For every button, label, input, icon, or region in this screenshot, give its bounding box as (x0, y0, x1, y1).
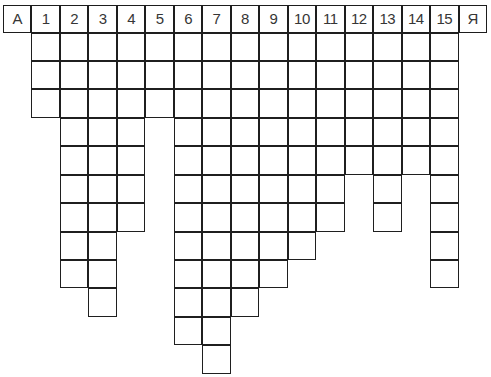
empty-region (60, 288, 88, 316)
header-cell-10: 10 (288, 5, 316, 33)
grid-cell-r5-c7[interactable] (202, 146, 230, 174)
grid-cell-r2-c7[interactable] (202, 61, 230, 89)
grid-cell-r2-c5[interactable] (145, 61, 173, 89)
grid-cell-r9-c15[interactable] (430, 260, 458, 288)
header-cell-15: 15 (430, 5, 458, 33)
grid-cell-r4-c11[interactable] (316, 118, 344, 146)
empty-region (3, 89, 31, 117)
grid-cell-r3-c13[interactable] (373, 89, 401, 117)
grid-cell-r3-c4[interactable] (117, 89, 145, 117)
grid-cell-r8-c8[interactable] (231, 232, 259, 260)
grid-cell-r3-c8[interactable] (231, 89, 259, 117)
empty-region (373, 232, 401, 260)
empty-region (3, 317, 31, 345)
empty-region (373, 260, 401, 288)
empty-region (459, 175, 487, 203)
empty-region (145, 345, 173, 373)
empty-region (288, 317, 316, 345)
empty-region (402, 288, 430, 316)
grid-cell-r6-c15[interactable] (430, 175, 458, 203)
empty-region (459, 89, 487, 117)
header-cell-1: 1 (31, 5, 59, 33)
grid-cell-r12-c7[interactable] (202, 345, 230, 373)
empty-region (373, 288, 401, 316)
grid-cell-r1-c11[interactable] (316, 33, 344, 61)
empty-region (117, 317, 145, 345)
grid-cell-r7-c4[interactable] (117, 203, 145, 231)
empty-region (88, 317, 116, 345)
empty-region (3, 345, 31, 373)
grid-cell-r3-c3[interactable] (88, 89, 116, 117)
grid-cell-r8-c6[interactable] (174, 232, 202, 260)
grid-cell-r5-c14[interactable] (402, 146, 430, 174)
empty-region (316, 345, 344, 373)
grid-cell-r7-c11[interactable] (316, 203, 344, 231)
empty-region (259, 317, 287, 345)
grid-cell-r5-c3[interactable] (88, 146, 116, 174)
empty-region (402, 232, 430, 260)
grid-cell-r1-c9[interactable] (259, 33, 287, 61)
empty-region (316, 232, 344, 260)
grid-cell-r6-c10[interactable] (288, 175, 316, 203)
grid-cell-r1-c1[interactable] (31, 33, 59, 61)
empty-region (31, 288, 59, 316)
empty-region (145, 317, 173, 345)
empty-region (345, 175, 373, 203)
header-cell-9: 9 (259, 5, 287, 33)
grid-cell-r5-c6[interactable] (174, 146, 202, 174)
grid-cell-r5-c12[interactable] (345, 146, 373, 174)
grid-cell-r1-c14[interactable] (402, 33, 430, 61)
grid-cell-r9-c3[interactable] (88, 260, 116, 288)
empty-region (459, 232, 487, 260)
empty-region (174, 345, 202, 373)
empty-region (373, 345, 401, 373)
empty-region (345, 260, 373, 288)
empty-region (459, 203, 487, 231)
empty-region (459, 317, 487, 345)
empty-region (3, 146, 31, 174)
grid-cell-r8-c10[interactable] (288, 232, 316, 260)
grid-cell-r2-c12[interactable] (345, 61, 373, 89)
empty-region (459, 118, 487, 146)
grid-cell-r9-c8[interactable] (231, 260, 259, 288)
header-cell-14: 14 (402, 5, 430, 33)
empty-region (373, 317, 401, 345)
empty-region (145, 288, 173, 316)
grid-cell-r1-c10[interactable] (288, 33, 316, 61)
grid-cell-r7-c2[interactable] (60, 203, 88, 231)
grid-cell-r10-c6[interactable] (174, 288, 202, 316)
empty-region (31, 203, 59, 231)
empty-region (345, 203, 373, 231)
grid-cell-r7-c3[interactable] (88, 203, 116, 231)
grid-cell-r6-c7[interactable] (202, 175, 230, 203)
grid-cell-r6-c11[interactable] (316, 175, 344, 203)
empty-region (430, 288, 458, 316)
grid-cell-r3-c15[interactable] (430, 89, 458, 117)
grid-cell-r5-c10[interactable] (288, 146, 316, 174)
empty-region (145, 260, 173, 288)
header-cell-13: 13 (373, 5, 401, 33)
grid-cell-r7-c13[interactable] (373, 203, 401, 231)
grid-cell-r8-c7[interactable] (202, 232, 230, 260)
grid-cell-r6-c3[interactable] (88, 175, 116, 203)
empty-region (3, 288, 31, 316)
header-cell-6: 6 (174, 5, 202, 33)
empty-region (31, 118, 59, 146)
grid-cell-r1-c2[interactable] (60, 33, 88, 61)
empty-region (60, 317, 88, 345)
empty-region (345, 232, 373, 260)
grid-cell-r4-c7[interactable] (202, 118, 230, 146)
grid-cell-r6-c6[interactable] (174, 175, 202, 203)
empty-region (31, 146, 59, 174)
empty-region (316, 317, 344, 345)
empty-region (117, 288, 145, 316)
empty-region (430, 345, 458, 373)
header-cell-12: 12 (345, 5, 373, 33)
grid-cell-r7-c8[interactable] (231, 203, 259, 231)
grid-cell-r3-c5[interactable] (145, 89, 173, 117)
grid-cell-r6-c9[interactable] (259, 175, 287, 203)
empty-region (31, 232, 59, 260)
grid-cell-r4-c9[interactable] (259, 118, 287, 146)
grid-cell-r4-c3[interactable] (88, 118, 116, 146)
grid-cell-r6-c2[interactable] (60, 175, 88, 203)
empty-region (88, 345, 116, 373)
empty-region (316, 260, 344, 288)
empty-region (459, 345, 487, 373)
empty-region (117, 232, 145, 260)
grid-cell-r1-c6[interactable] (174, 33, 202, 61)
empty-region (402, 175, 430, 203)
grid-cell-r2-c13[interactable] (373, 61, 401, 89)
grid-cell-r4-c12[interactable] (345, 118, 373, 146)
header-cell-Я: Я (459, 5, 487, 33)
empty-region (459, 61, 487, 89)
empty-region (3, 203, 31, 231)
empty-region (459, 260, 487, 288)
empty-region (3, 175, 31, 203)
empty-region (345, 288, 373, 316)
grid-cell-r1-c12[interactable] (345, 33, 373, 61)
empty-region (31, 260, 59, 288)
grid-cell-r6-c13[interactable] (373, 175, 401, 203)
grid-cell-r7-c9[interactable] (259, 203, 287, 231)
grid-cell-r7-c15[interactable] (430, 203, 458, 231)
grid-cell-r1-c4[interactable] (117, 33, 145, 61)
grid-cell-r3-c12[interactable] (345, 89, 373, 117)
puzzle-page: А123456789101112131415Я (0, 0, 491, 377)
empty-region (402, 260, 430, 288)
grid-cell-r10-c8[interactable] (231, 288, 259, 316)
grid-cell-r8-c2[interactable] (60, 232, 88, 260)
grid-cell-r8-c15[interactable] (430, 232, 458, 260)
empty-region (117, 260, 145, 288)
empty-region (231, 345, 259, 373)
grid-cell-r11-c6[interactable] (174, 317, 202, 345)
grid-cell-r5-c9[interactable] (259, 146, 287, 174)
grid-cell-r5-c13[interactable] (373, 146, 401, 174)
empty-region (31, 345, 59, 373)
grid-cell-r2-c10[interactable] (288, 61, 316, 89)
grid-cell-r6-c4[interactable] (117, 175, 145, 203)
grid-cell-r9-c9[interactable] (259, 260, 287, 288)
grid-cell-r3-c1[interactable] (31, 89, 59, 117)
empty-region (259, 288, 287, 316)
puzzle-grid: А123456789101112131415Я (3, 5, 487, 374)
grid-cell-r5-c15[interactable] (430, 146, 458, 174)
grid-cell-r3-c14[interactable] (402, 89, 430, 117)
grid-cell-r9-c2[interactable] (60, 260, 88, 288)
grid-cell-r2-c2[interactable] (60, 61, 88, 89)
empty-region (60, 345, 88, 373)
grid-cell-r4-c14[interactable] (402, 118, 430, 146)
empty-region (231, 317, 259, 345)
empty-region (345, 317, 373, 345)
grid-cell-r2-c9[interactable] (259, 61, 287, 89)
empty-region (31, 175, 59, 203)
grid-cell-r3-c7[interactable] (202, 89, 230, 117)
header-cell-7: 7 (202, 5, 230, 33)
grid-cell-r2-c8[interactable] (231, 61, 259, 89)
empty-region (288, 260, 316, 288)
empty-region (3, 33, 31, 61)
empty-region (402, 345, 430, 373)
grid-cell-r2-c15[interactable] (430, 61, 458, 89)
grid-cell-r4-c4[interactable] (117, 118, 145, 146)
empty-region (145, 175, 173, 203)
empty-region (3, 61, 31, 89)
grid-cell-r5-c4[interactable] (117, 146, 145, 174)
empty-region (145, 146, 173, 174)
empty-region (145, 203, 173, 231)
grid-cell-r10-c3[interactable] (88, 288, 116, 316)
header-cell-11: 11 (316, 5, 344, 33)
grid-cell-r7-c10[interactable] (288, 203, 316, 231)
grid-cell-r5-c8[interactable] (231, 146, 259, 174)
grid-cell-r4-c13[interactable] (373, 118, 401, 146)
header-cell-8: 8 (231, 5, 259, 33)
grid-cell-r4-c8[interactable] (231, 118, 259, 146)
empty-region (459, 33, 487, 61)
grid-cell-r1-c8[interactable] (231, 33, 259, 61)
grid-cell-r11-c7[interactable] (202, 317, 230, 345)
grid-cell-r5-c2[interactable] (60, 146, 88, 174)
empty-region (117, 345, 145, 373)
grid-cell-r2-c6[interactable] (174, 61, 202, 89)
grid-cell-r4-c10[interactable] (288, 118, 316, 146)
header-cell-2: 2 (60, 5, 88, 33)
empty-region (402, 203, 430, 231)
empty-region (430, 317, 458, 345)
grid-cell-r2-c3[interactable] (88, 61, 116, 89)
empty-region (3, 118, 31, 146)
grid-cell-r4-c2[interactable] (60, 118, 88, 146)
header-cell-5: 5 (145, 5, 173, 33)
grid-cell-r1-c7[interactable] (202, 33, 230, 61)
empty-region (3, 232, 31, 260)
empty-region (145, 232, 173, 260)
grid-cell-r7-c6[interactable] (174, 203, 202, 231)
grid-cell-r2-c14[interactable] (402, 61, 430, 89)
grid-cell-r3-c9[interactable] (259, 89, 287, 117)
grid-cell-r9-c7[interactable] (202, 260, 230, 288)
grid-cell-r1-c15[interactable] (430, 33, 458, 61)
grid-cell-r3-c2[interactable] (60, 89, 88, 117)
grid-cell-r4-c6[interactable] (174, 118, 202, 146)
grid-cell-r6-c8[interactable] (231, 175, 259, 203)
header-cell-4: 4 (117, 5, 145, 33)
grid-cell-r2-c4[interactable] (117, 61, 145, 89)
grid-cell-r1-c3[interactable] (88, 33, 116, 61)
grid-cell-r2-c1[interactable] (31, 61, 59, 89)
empty-region (316, 288, 344, 316)
grid-cell-r1-c5[interactable] (145, 33, 173, 61)
empty-region (145, 118, 173, 146)
grid-cell-r3-c11[interactable] (316, 89, 344, 117)
grid-cell-r3-c6[interactable] (174, 89, 202, 117)
grid-cell-r8-c3[interactable] (88, 232, 116, 260)
grid-cell-r4-c15[interactable] (430, 118, 458, 146)
empty-region (402, 317, 430, 345)
empty-region (345, 345, 373, 373)
grid-cell-r5-c11[interactable] (316, 146, 344, 174)
empty-region (459, 288, 487, 316)
empty-region (3, 260, 31, 288)
empty-region (288, 345, 316, 373)
header-cell-А: А (3, 5, 31, 33)
grid-cell-r10-c7[interactable] (202, 288, 230, 316)
grid-cell-r2-c11[interactable] (316, 61, 344, 89)
empty-region (31, 317, 59, 345)
grid-cell-r3-c10[interactable] (288, 89, 316, 117)
grid-cell-r1-c13[interactable] (373, 33, 401, 61)
grid-cell-r7-c7[interactable] (202, 203, 230, 231)
header-cell-3: 3 (88, 5, 116, 33)
empty-region (459, 146, 487, 174)
grid-cell-r8-c9[interactable] (259, 232, 287, 260)
empty-region (288, 288, 316, 316)
empty-region (259, 345, 287, 373)
grid-cell-r9-c6[interactable] (174, 260, 202, 288)
